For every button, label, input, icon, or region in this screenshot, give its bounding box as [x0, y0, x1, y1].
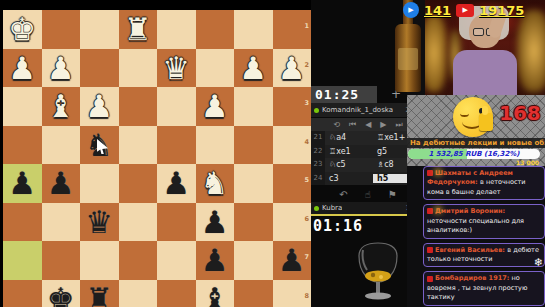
square-b4[interactable]: [234, 126, 273, 165]
square-e6[interactable]: [119, 203, 158, 242]
square-c6[interactable]: ♟: [196, 203, 235, 242]
chat-feed[interactable]: Шахматы с Андреем Федорчуком: в неточнос…: [423, 166, 545, 307]
white-pawn-g2: ♟: [42, 49, 81, 88]
square-g4[interactable]: [42, 126, 81, 165]
square-g2[interactable]: ♟: [42, 49, 81, 88]
flip-board-icon[interactable]: ⟲: [333, 120, 340, 129]
rank-label-4: 4: [304, 138, 309, 146]
chat-username[interactable]: Бомбардиров 1917:: [435, 274, 512, 282]
snowflake-icon: ❄: [534, 256, 543, 269]
donation-goal-text: На дебютные лекции и новые обзоры.: [407, 138, 545, 148]
square-e4[interactable]: [119, 126, 158, 165]
square-g3[interactable]: ♝: [42, 87, 81, 126]
chess-board[interactable]: ♚♜1♟♟♛♟2♟♝♟♟3♞4♟♟♟♞5♛♟6♟7♟♚♜♝8: [3, 10, 311, 307]
square-c3[interactable]: ♟: [196, 87, 235, 126]
donation-widget: 168 На дебютные лекции и новые обзоры. 1…: [407, 95, 545, 166]
donation-count: 168: [499, 101, 541, 125]
square-c7[interactable]: ♟: [196, 241, 235, 280]
red-badge-icon: [427, 247, 433, 253]
square-b8[interactable]: [234, 280, 273, 307]
square-a6[interactable]: 6: [273, 203, 312, 242]
square-h3[interactable]: [3, 87, 42, 126]
black-pawn-g5: ♟: [42, 164, 81, 203]
rank-label-8: 8: [304, 292, 309, 300]
square-f6[interactable]: ♛: [80, 203, 119, 242]
brandy-glass-image: [349, 240, 407, 304]
black-bishop-c8: ♝: [196, 280, 235, 307]
square-d1[interactable]: [157, 10, 196, 49]
black-queen-f6: ♛: [80, 203, 119, 242]
square-h7[interactable]: [3, 241, 42, 280]
square-a4[interactable]: 4: [273, 126, 312, 165]
square-e8[interactable]: [119, 280, 158, 307]
black-pawn-h5: ♟: [3, 164, 42, 203]
square-f3[interactable]: ♟: [80, 87, 119, 126]
black-pawn-c7: ♟: [196, 241, 235, 280]
jump-end-icon[interactable]: ⏭: [396, 120, 403, 130]
square-e1[interactable]: ♜: [119, 10, 158, 49]
white-pawn-h2: ♟: [3, 49, 42, 88]
donation-goal-amount: 13 000: [516, 159, 539, 166]
white-knight-c5: ♞: [196, 164, 235, 203]
online-dot: [314, 108, 319, 113]
black-pawn-c6: ♟: [196, 203, 235, 242]
square-c4[interactable]: [196, 126, 235, 165]
thumb-icon: [479, 113, 493, 131]
square-h6[interactable]: [3, 203, 42, 242]
square-e2[interactable]: [119, 49, 158, 88]
player-bottom-name[interactable]: Kubra: [322, 204, 342, 212]
online-dot: [314, 206, 319, 211]
square-d7[interactable]: [157, 241, 196, 280]
white-king-h1: ♚: [3, 10, 42, 49]
square-b5[interactable]: [234, 164, 273, 203]
chat-message: Бомбардиров 1917: но вовремя , ты зевнул…: [423, 271, 545, 305]
black-pawn-d5: ♟: [157, 164, 196, 203]
white-pawn-c3: ♟: [196, 87, 235, 126]
rank-label-6: 6: [304, 215, 309, 223]
white-pawn-b2: ♟: [234, 49, 273, 88]
youtube-icon: ▶: [456, 4, 474, 17]
gold-chess-piece-decor: [425, 14, 447, 92]
white-move[interactable]: ♘c5: [325, 160, 373, 169]
square-g6[interactable]: [42, 203, 81, 242]
square-d4[interactable]: [157, 126, 196, 165]
square-f2[interactable]: [80, 49, 119, 88]
white-move[interactable]: ♖xe1: [325, 147, 373, 156]
square-c5[interactable]: ♞: [196, 164, 235, 203]
square-e5[interactable]: [119, 164, 158, 203]
square-g5[interactable]: ♟: [42, 164, 81, 203]
square-d3[interactable]: [157, 87, 196, 126]
square-h2[interactable]: ♟: [3, 49, 42, 88]
square-h5[interactable]: ♟: [3, 164, 42, 203]
square-h8[interactable]: [3, 280, 42, 307]
square-b1[interactable]: [234, 10, 273, 49]
white-queen-d2: ♛: [157, 49, 196, 88]
donation-progress-bar: 1 532,85 RUB (16,32%): [408, 149, 540, 159]
stream-sidebar: ▶ 141 ▶ 19175 168 На дебютные лекции и н…: [407, 0, 545, 307]
black-rook-f8: ♜: [80, 280, 119, 307]
progress-text: 1 532,85 RUB (16,32%): [408, 149, 540, 159]
viewer-stats-overlay: ▶ 141 ▶ 19175: [403, 1, 524, 19]
chat-message: Шахматы с Андреем Федорчуком: в неточнос…: [423, 166, 545, 200]
black-king-g8: ♚: [42, 280, 81, 307]
rank-label-2: 2: [304, 61, 309, 69]
chat-username[interactable]: Евгений Васильев:: [435, 246, 507, 254]
square-d8[interactable]: [157, 280, 196, 307]
white-clock: 01:25: [311, 86, 377, 104]
square-e3[interactable]: [119, 87, 158, 126]
square-b7[interactable]: [234, 241, 273, 280]
streamer-torso: [453, 50, 517, 95]
square-g8[interactable]: ♚: [42, 280, 81, 307]
square-a8[interactable]: 8: [273, 280, 312, 307]
red-badge-icon: [427, 170, 433, 176]
chat-username[interactable]: Дмитрий Воронин:: [435, 207, 505, 215]
vk-viewer-count: 141: [424, 3, 451, 18]
rank-label-7: 7: [304, 253, 309, 261]
player-top-name[interactable]: Komandnik_1_doska: [322, 106, 393, 114]
square-a1[interactable]: 1: [273, 10, 312, 49]
square-a7[interactable]: 7♟: [273, 241, 312, 280]
takeback-icon[interactable]: ↶: [339, 189, 347, 200]
square-c8[interactable]: ♝: [196, 280, 235, 307]
move-number: 24: [311, 172, 325, 186]
square-c2[interactable]: [196, 49, 235, 88]
move-number: 21: [311, 131, 325, 145]
chat-message: Евгений Васильев: в дебюте только неточн…: [423, 243, 545, 268]
white-move[interactable]: ♘a4: [325, 133, 373, 142]
square-b3[interactable]: [234, 87, 273, 126]
square-f8[interactable]: ♜: [80, 280, 119, 307]
thumbs-up-icon[interactable]: ☝: [365, 189, 371, 200]
square-h1[interactable]: ♚: [3, 10, 42, 49]
white-rook-e1: ♜: [119, 10, 158, 49]
square-d2[interactable]: ♛: [157, 49, 196, 88]
square-f7[interactable]: [80, 241, 119, 280]
move-number: 23: [311, 158, 325, 172]
resign-flag-icon[interactable]: ⚑: [388, 189, 397, 200]
square-g7[interactable]: [42, 241, 81, 280]
white-bishop-g3: ♝: [42, 87, 81, 126]
youtube-viewer-count: 19175: [479, 3, 524, 18]
square-g1[interactable]: [42, 10, 81, 49]
step-forward-icon[interactable]: ▶: [380, 120, 386, 129]
square-f5[interactable]: [80, 164, 119, 203]
square-d6[interactable]: [157, 203, 196, 242]
square-a3[interactable]: 3: [273, 87, 312, 126]
rank-label-5: 5: [304, 176, 309, 184]
square-e7[interactable]: [119, 241, 158, 280]
white-move[interactable]: c3: [325, 174, 373, 183]
rank-label-1: 1: [304, 22, 309, 30]
step-back-icon[interactable]: ◀: [365, 120, 371, 129]
square-b2[interactable]: ♟: [234, 49, 273, 88]
white-pawn-f3: ♟: [80, 87, 119, 126]
square-f1[interactable]: [80, 10, 119, 49]
square-a2[interactable]: 2♟: [273, 49, 312, 88]
square-d5[interactable]: ♟: [157, 164, 196, 203]
move-number: 22: [311, 145, 325, 159]
chat-message: Дмитрий Воронин: неточности специально д…: [423, 204, 545, 238]
square-b6[interactable]: [234, 203, 273, 242]
red-badge-icon: [427, 276, 433, 282]
square-h4[interactable]: [3, 126, 42, 165]
black-clock: 01:16: [313, 217, 363, 235]
square-c1[interactable]: [196, 10, 235, 49]
square-a5[interactable]: 5: [273, 164, 312, 203]
jump-start-icon[interactable]: ⏮: [349, 120, 356, 130]
vk-icon: ▶: [403, 2, 419, 18]
red-badge-icon: [427, 208, 433, 214]
gold-badge-icon: [435, 169, 441, 175]
chat-text: неточности специально для аналитиков:): [427, 217, 524, 234]
rank-label-3: 3: [304, 99, 309, 107]
gold-badge-icon: [435, 207, 441, 213]
